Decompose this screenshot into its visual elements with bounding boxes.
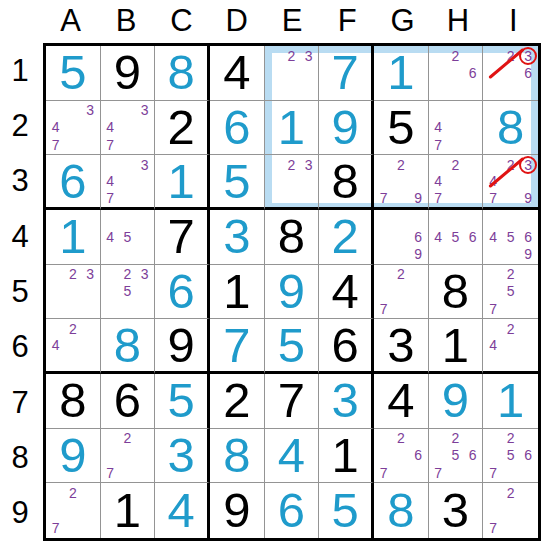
candidate-3-circled: 3: [519, 47, 537, 64]
pencil-marks: 27: [375, 266, 427, 318]
cell-D5[interactable]: 1: [210, 265, 265, 320]
candidate-3: 3: [136, 102, 153, 119]
pencil-marks: 279: [375, 156, 427, 206]
cell-E7[interactable]: 7: [265, 374, 320, 429]
solved-digit: 5: [46, 46, 100, 100]
candidate-4: 4: [102, 173, 119, 190]
cell-E9[interactable]: 6: [265, 483, 320, 538]
given-digit: 2: [155, 101, 207, 155]
cell-D1[interactable]: 4: [210, 46, 265, 101]
given-digit: 7: [265, 374, 319, 428]
cell-H2[interactable]: 47: [429, 101, 484, 156]
cell-E4[interactable]: 8: [265, 210, 320, 265]
cell-B1[interactable]: 9: [101, 46, 156, 101]
cell-E2[interactable]: 1: [265, 101, 320, 156]
row-label-3: 3: [0, 154, 40, 209]
cell-B7[interactable]: 6: [101, 374, 156, 429]
cell-A1[interactable]: 5: [46, 46, 101, 101]
given-digit: 4: [374, 374, 428, 428]
cell-H7[interactable]: 9: [429, 374, 484, 429]
cell-I4[interactable]: 4569: [483, 210, 538, 265]
cell-B8[interactable]: 27: [101, 429, 156, 484]
candidate-2: 2: [64, 266, 81, 283]
candidate-2: 2: [283, 47, 300, 64]
candidate-2: 2: [502, 320, 520, 337]
candidate-9: 9: [409, 189, 426, 206]
cell-E3[interactable]: 23: [265, 155, 320, 210]
candidate-4: 4: [484, 228, 502, 245]
cell-F8[interactable]: 1: [319, 429, 374, 484]
given-digit: 7: [155, 210, 207, 264]
given-digit: 2: [210, 374, 264, 428]
cell-E5[interactable]: 9: [265, 265, 320, 320]
given-digit: 9: [210, 483, 264, 538]
solved-digit: 5: [210, 155, 264, 207]
candidate-3: 3: [81, 102, 98, 119]
cell-B5[interactable]: 235: [101, 265, 156, 320]
cell-F6[interactable]: 6: [319, 319, 374, 374]
cell-G5[interactable]: 27: [374, 265, 429, 320]
solved-digit: 3: [319, 374, 371, 428]
candidate-7: 7: [484, 464, 502, 481]
cell-A4[interactable]: 1: [46, 210, 101, 265]
solved-digit: 4: [155, 483, 207, 538]
row-label-4: 4: [0, 209, 40, 264]
candidate-2: 2: [502, 156, 520, 173]
candidate-3: 3: [300, 47, 317, 64]
cell-A5[interactable]: 23: [46, 265, 101, 320]
cell-G2[interactable]: 5: [374, 101, 429, 156]
candidate-3: 3: [136, 156, 153, 173]
cell-I5[interactable]: 257: [483, 265, 538, 320]
cell-A6[interactable]: 24: [46, 319, 101, 374]
cell-I6[interactable]: 24: [483, 319, 538, 374]
cell-E1[interactable]: 23: [265, 46, 320, 101]
candidate-3: 3: [300, 156, 317, 173]
given-digit: 1: [319, 429, 371, 483]
cell-F5[interactable]: 4: [319, 265, 374, 320]
candidate-5: 5: [119, 228, 136, 245]
row-label-2: 2: [0, 98, 40, 153]
solved-digit: 8: [101, 319, 155, 371]
cell-C3[interactable]: 1: [155, 155, 210, 210]
pencil-marks: 23: [266, 47, 318, 99]
column-label-H: H: [430, 2, 485, 40]
solved-digit: 6: [210, 101, 264, 155]
given-digit: 8: [319, 155, 371, 207]
candidate-4: 4: [430, 173, 447, 190]
solved-digit: 5: [155, 374, 207, 428]
candidate-5: 5: [447, 447, 464, 464]
candidate-7: 7: [47, 136, 64, 153]
candidate-2: 2: [502, 484, 520, 502]
given-digit: 1: [210, 265, 264, 319]
column-labels: ABCDEFGHI: [43, 2, 541, 40]
solved-digit: 8: [374, 483, 428, 538]
row-label-8: 8: [0, 430, 40, 485]
cell-I2[interactable]: 8: [483, 101, 538, 156]
candidate-2: 2: [64, 484, 81, 502]
cell-F3[interactable]: 8: [319, 155, 374, 210]
candidate-2: 2: [502, 47, 520, 64]
pencil-marks: 47: [430, 102, 482, 154]
candidate-6: 6: [519, 64, 537, 81]
solved-digit: 1: [265, 101, 319, 155]
cell-H8[interactable]: 2567: [429, 429, 484, 484]
candidate-5: 5: [119, 283, 136, 300]
solved-digit: 7: [210, 319, 264, 371]
given-digit: 8: [46, 374, 100, 428]
solved-digit: 1: [46, 210, 100, 264]
candidate-6: 6: [409, 447, 426, 464]
cell-E6[interactable]: 5: [265, 319, 320, 374]
cell-D2[interactable]: 6: [210, 101, 265, 156]
cell-D7[interactable]: 2: [210, 374, 265, 429]
candidate-9: 9: [519, 189, 537, 206]
row-label-6: 6: [0, 320, 40, 375]
cell-A8[interactable]: 9: [46, 429, 101, 484]
candidate-5: 5: [502, 228, 520, 245]
column-label-A: A: [43, 2, 98, 40]
cell-G1[interactable]: 1: [374, 46, 429, 101]
cell-B4[interactable]: 45: [101, 210, 156, 265]
solved-digit: 4: [265, 429, 319, 483]
candidate-6: 6: [464, 447, 481, 464]
solved-digit: 3: [155, 429, 207, 483]
candidate-4: 4: [47, 119, 64, 136]
candidate-7: 7: [102, 189, 119, 206]
pencil-marks: 45: [102, 211, 154, 263]
pencil-marks: 23: [266, 156, 318, 206]
candidate-7: 7: [375, 189, 392, 206]
cell-C8[interactable]: 3: [155, 429, 210, 484]
given-digit: 6: [101, 374, 155, 428]
cell-C5[interactable]: 6: [155, 265, 210, 320]
pencil-marks: 27: [47, 484, 99, 537]
cell-H1[interactable]: 26: [429, 46, 484, 101]
solved-digit: 8: [483, 101, 538, 155]
candidate-2: 2: [283, 156, 300, 173]
candidate-2: 2: [392, 430, 409, 447]
candidate-7: 7: [375, 300, 392, 317]
column-label-D: D: [209, 2, 264, 40]
cell-G6[interactable]: 3: [374, 319, 429, 374]
sudoku-app: ABCDEFGHI 123456789 59842371262363473472…: [0, 0, 545, 547]
solved-digit: 5: [319, 483, 371, 538]
cell-C1[interactable]: 8: [155, 46, 210, 101]
cell-I7[interactable]: 1: [483, 374, 538, 429]
row-label-9: 9: [0, 486, 40, 541]
candidate-4: 4: [430, 119, 447, 136]
cell-F1[interactable]: 7: [319, 46, 374, 101]
solved-digit: 5: [265, 319, 319, 371]
given-digit: 4: [319, 265, 371, 319]
pencil-marks: 23479: [484, 156, 537, 206]
candidate-7: 7: [430, 189, 447, 206]
cell-G3[interactable]: 279: [374, 155, 429, 210]
solved-digit: 9: [46, 429, 100, 483]
pencil-marks: 347: [47, 102, 99, 154]
cell-G4[interactable]: 69: [374, 210, 429, 265]
solved-digit: 3: [210, 210, 264, 264]
candidate-6: 6: [464, 64, 481, 81]
candidate-7: 7: [484, 519, 502, 537]
cell-C7[interactable]: 5: [155, 374, 210, 429]
candidate-6: 6: [464, 228, 481, 245]
candidate-5: 5: [447, 228, 464, 245]
candidate-4: 4: [102, 228, 119, 245]
candidate-6: 6: [519, 228, 537, 245]
candidate-7: 7: [430, 464, 447, 481]
pencil-marks: 2567: [430, 430, 482, 482]
cell-C2[interactable]: 2: [155, 101, 210, 156]
candidate-4: 4: [430, 228, 447, 245]
pencil-marks: 4569: [484, 211, 537, 263]
given-digit: 4: [210, 46, 264, 100]
column-label-E: E: [264, 2, 319, 40]
solved-digit: 6: [46, 155, 100, 207]
solved-digit: 1: [483, 374, 538, 428]
given-digit: 9: [101, 46, 155, 100]
candidate-6: 6: [409, 228, 426, 245]
cell-D9[interactable]: 9: [210, 483, 265, 538]
candidate-2: 2: [392, 156, 409, 173]
solved-digit: 8: [155, 46, 207, 100]
cell-C4[interactable]: 7: [155, 210, 210, 265]
solved-digit: 1: [155, 155, 207, 207]
cell-F4[interactable]: 2: [319, 210, 374, 265]
pencil-marks: 257: [484, 266, 537, 318]
given-digit: 1: [101, 483, 155, 538]
solved-digit: 9: [319, 101, 371, 155]
solved-digit: 6: [265, 483, 319, 538]
cell-A2[interactable]: 347: [46, 101, 101, 156]
pencil-marks: 27: [102, 430, 154, 482]
candidate-2: 2: [392, 266, 409, 283]
given-digit: 9: [155, 319, 207, 371]
solved-digit: 9: [265, 265, 319, 319]
cell-B3[interactable]: 347: [101, 155, 156, 210]
row-label-5: 5: [0, 264, 40, 319]
candidate-9: 9: [409, 245, 426, 262]
pencil-marks: 27: [484, 484, 537, 537]
given-digit: 8: [265, 210, 319, 264]
candidate-2: 2: [502, 430, 520, 447]
pencil-marks: 69: [375, 211, 427, 263]
cell-I9[interactable]: 27: [483, 483, 538, 538]
candidate-3-circled: 3: [519, 156, 537, 173]
cell-F2[interactable]: 9: [319, 101, 374, 156]
solved-digit: 1: [374, 46, 428, 100]
solved-digit: 6: [155, 265, 207, 319]
cell-G8[interactable]: 267: [374, 429, 429, 484]
pencil-marks: 267: [375, 430, 427, 482]
pencil-marks: 24: [47, 320, 99, 370]
candidate-7: 7: [430, 136, 447, 153]
candidate-2: 2: [119, 266, 136, 283]
candidate-7: 7: [47, 519, 64, 537]
cell-H5[interactable]: 8: [429, 265, 484, 320]
cell-I8[interactable]: 2567: [483, 429, 538, 484]
candidate-7: 7: [484, 189, 502, 206]
cell-D8[interactable]: 8: [210, 429, 265, 484]
cell-C9[interactable]: 4: [155, 483, 210, 538]
candidate-6: 6: [519, 447, 537, 464]
candidate-2: 2: [447, 47, 464, 64]
cell-A3[interactable]: 6: [46, 155, 101, 210]
candidate-2: 2: [447, 156, 464, 173]
solved-digit: 2: [319, 210, 371, 264]
solved-digit: 8: [210, 429, 264, 483]
pencil-marks: 23: [47, 266, 99, 318]
cell-A9[interactable]: 27: [46, 483, 101, 538]
cell-I1[interactable]: 236: [483, 46, 538, 101]
candidate-2: 2: [64, 320, 81, 337]
given-digit: 3: [374, 319, 428, 371]
row-labels: 123456789: [0, 43, 40, 541]
pencil-marks: 347: [102, 102, 154, 154]
pencil-marks: 456: [430, 211, 482, 263]
given-digit: 6: [319, 319, 371, 371]
pencil-marks: 26: [430, 47, 482, 99]
candidate-5: 5: [502, 283, 520, 300]
pencil-marks: 347: [102, 156, 154, 206]
cell-H3[interactable]: 247: [429, 155, 484, 210]
cell-A7[interactable]: 8: [46, 374, 101, 429]
candidate-4: 4: [484, 337, 502, 354]
cell-H6[interactable]: 1: [429, 319, 484, 374]
solved-digit: 9: [429, 374, 483, 428]
candidate-4: 4: [102, 119, 119, 136]
candidate-3: 3: [81, 266, 98, 283]
candidate-7: 7: [484, 300, 502, 317]
cell-C6[interactable]: 9: [155, 319, 210, 374]
pencil-marks: 235: [102, 266, 154, 318]
given-digit: 5: [374, 101, 428, 155]
sudoku-board: 5984237126236347347261954786347152382792…: [43, 43, 541, 541]
given-digit: 1: [429, 319, 483, 371]
cell-I3[interactable]: 23479: [483, 155, 538, 210]
given-digit: 3: [429, 483, 483, 538]
candidate-2: 2: [447, 430, 464, 447]
cell-H9[interactable]: 3: [429, 483, 484, 538]
candidate-4: 4: [47, 337, 64, 354]
pencil-marks: 247: [430, 156, 482, 206]
candidate-3: 3: [136, 266, 153, 283]
solved-digit: 7: [319, 46, 371, 100]
candidate-2: 2: [119, 430, 136, 447]
cell-F7[interactable]: 3: [319, 374, 374, 429]
candidate-9: 9: [519, 245, 537, 262]
pencil-marks: 2567: [484, 430, 537, 482]
cell-D4[interactable]: 3: [210, 210, 265, 265]
pencil-marks: 236: [484, 47, 537, 99]
cell-D3[interactable]: 5: [210, 155, 265, 210]
column-label-B: B: [98, 2, 153, 40]
row-label-1: 1: [0, 43, 40, 98]
given-digit: 8: [429, 265, 483, 319]
candidate-5: 5: [502, 447, 520, 464]
pencil-marks: 24: [484, 320, 537, 370]
cell-B2[interactable]: 347: [101, 101, 156, 156]
cell-F9[interactable]: 5: [319, 483, 374, 538]
column-label-F: F: [320, 2, 375, 40]
cell-B9[interactable]: 1: [101, 483, 156, 538]
cell-B6[interactable]: 8: [101, 319, 156, 374]
column-label-I: I: [486, 2, 541, 40]
cell-G7[interactable]: 4: [374, 374, 429, 429]
candidate-2: 2: [502, 266, 520, 283]
cell-E8[interactable]: 4: [265, 429, 320, 484]
cell-H4[interactable]: 456: [429, 210, 484, 265]
column-label-G: G: [375, 2, 430, 40]
cell-G9[interactable]: 8: [374, 483, 429, 538]
candidate-4: 4: [484, 173, 502, 190]
row-label-7: 7: [0, 375, 40, 430]
column-label-C: C: [154, 2, 209, 40]
candidate-7: 7: [375, 464, 392, 481]
candidate-7: 7: [102, 136, 119, 153]
cell-D6[interactable]: 7: [210, 319, 265, 374]
candidate-7: 7: [102, 464, 119, 481]
